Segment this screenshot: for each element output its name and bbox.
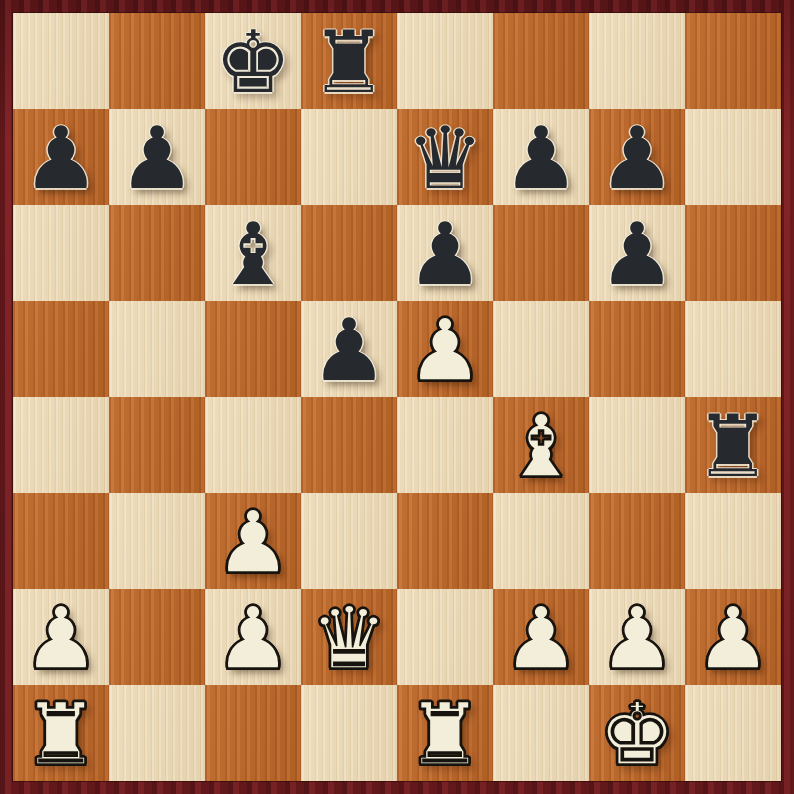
square-d5[interactable]: ♟	[301, 301, 397, 397]
white-queen-d2[interactable]: ♛	[310, 595, 387, 681]
square-b3[interactable]	[109, 493, 205, 589]
square-a8[interactable]	[13, 13, 109, 109]
square-a7[interactable]: ♟	[13, 109, 109, 205]
square-b7[interactable]: ♟	[109, 109, 205, 205]
square-e6[interactable]: ♟	[397, 205, 493, 301]
black-king-c8[interactable]: ♚	[214, 19, 291, 105]
white-rook-e1[interactable]: ♜	[406, 691, 483, 777]
black-rook-d8[interactable]: ♜	[310, 19, 387, 105]
square-e2[interactable]	[397, 589, 493, 685]
square-a3[interactable]	[13, 493, 109, 589]
black-pawn-a7[interactable]: ♟	[22, 115, 99, 201]
square-e8[interactable]	[397, 13, 493, 109]
black-bishop-c6[interactable]: ♝	[214, 211, 291, 297]
white-pawn-g2[interactable]: ♟	[598, 595, 675, 681]
white-bishop-f4[interactable]: ♝	[502, 403, 579, 489]
square-g7[interactable]: ♟	[589, 109, 685, 205]
chess-board: ♚♜♟♟♛♟♟♝♟♟♟♟♝♜♟♟♟♛♟♟♟♜♜♚	[13, 13, 781, 781]
square-f5[interactable]	[493, 301, 589, 397]
square-b6[interactable]	[109, 205, 205, 301]
square-a2[interactable]: ♟	[13, 589, 109, 685]
square-b4[interactable]	[109, 397, 205, 493]
square-h6[interactable]	[685, 205, 781, 301]
square-b5[interactable]	[109, 301, 205, 397]
square-h4[interactable]: ♜	[685, 397, 781, 493]
square-a6[interactable]	[13, 205, 109, 301]
square-e3[interactable]	[397, 493, 493, 589]
white-pawn-f2[interactable]: ♟	[502, 595, 579, 681]
square-c4[interactable]	[205, 397, 301, 493]
square-c3[interactable]: ♟	[205, 493, 301, 589]
square-g5[interactable]	[589, 301, 685, 397]
square-g1[interactable]: ♚	[589, 685, 685, 781]
square-h2[interactable]: ♟	[685, 589, 781, 685]
square-c8[interactable]: ♚	[205, 13, 301, 109]
square-f4[interactable]: ♝	[493, 397, 589, 493]
square-d4[interactable]	[301, 397, 397, 493]
square-h5[interactable]	[685, 301, 781, 397]
square-c2[interactable]: ♟	[205, 589, 301, 685]
square-d6[interactable]	[301, 205, 397, 301]
square-f1[interactable]	[493, 685, 589, 781]
square-a5[interactable]	[13, 301, 109, 397]
square-d1[interactable]	[301, 685, 397, 781]
square-f8[interactable]	[493, 13, 589, 109]
white-pawn-e5[interactable]: ♟	[406, 307, 483, 393]
black-pawn-b7[interactable]: ♟	[118, 115, 195, 201]
square-a1[interactable]: ♜	[13, 685, 109, 781]
square-a4[interactable]	[13, 397, 109, 493]
black-pawn-f7[interactable]: ♟	[502, 115, 579, 201]
white-pawn-c2[interactable]: ♟	[214, 595, 291, 681]
square-c1[interactable]	[205, 685, 301, 781]
white-pawn-h2[interactable]: ♟	[694, 595, 771, 681]
square-c5[interactable]	[205, 301, 301, 397]
square-b8[interactable]	[109, 13, 205, 109]
square-e7[interactable]: ♛	[397, 109, 493, 205]
white-king-g1[interactable]: ♚	[598, 691, 675, 777]
black-pawn-g7[interactable]: ♟	[598, 115, 675, 201]
square-g2[interactable]: ♟	[589, 589, 685, 685]
black-pawn-g6[interactable]: ♟	[598, 211, 675, 297]
square-f6[interactable]	[493, 205, 589, 301]
square-g3[interactable]	[589, 493, 685, 589]
square-e5[interactable]: ♟	[397, 301, 493, 397]
square-h3[interactable]	[685, 493, 781, 589]
square-f3[interactable]	[493, 493, 589, 589]
square-d3[interactable]	[301, 493, 397, 589]
square-f7[interactable]: ♟	[493, 109, 589, 205]
square-c6[interactable]: ♝	[205, 205, 301, 301]
square-g4[interactable]	[589, 397, 685, 493]
square-h1[interactable]	[685, 685, 781, 781]
black-queen-e7[interactable]: ♛	[406, 115, 483, 201]
square-c7[interactable]	[205, 109, 301, 205]
square-d7[interactable]	[301, 109, 397, 205]
square-b2[interactable]	[109, 589, 205, 685]
square-h7[interactable]	[685, 109, 781, 205]
black-pawn-e6[interactable]: ♟	[406, 211, 483, 297]
square-h8[interactable]	[685, 13, 781, 109]
white-rook-a1[interactable]: ♜	[22, 691, 99, 777]
square-f2[interactable]: ♟	[493, 589, 589, 685]
square-g8[interactable]	[589, 13, 685, 109]
square-g6[interactable]: ♟	[589, 205, 685, 301]
square-d8[interactable]: ♜	[301, 13, 397, 109]
black-pawn-d5[interactable]: ♟	[310, 307, 387, 393]
square-d2[interactable]: ♛	[301, 589, 397, 685]
chess-board-frame: ♚♜♟♟♛♟♟♝♟♟♟♟♝♜♟♟♟♛♟♟♟♜♜♚	[0, 0, 794, 794]
square-b1[interactable]	[109, 685, 205, 781]
white-pawn-c3[interactable]: ♟	[214, 499, 291, 585]
square-e1[interactable]: ♜	[397, 685, 493, 781]
square-e4[interactable]	[397, 397, 493, 493]
white-pawn-a2[interactable]: ♟	[22, 595, 99, 681]
black-rook-h4[interactable]: ♜	[694, 403, 771, 489]
